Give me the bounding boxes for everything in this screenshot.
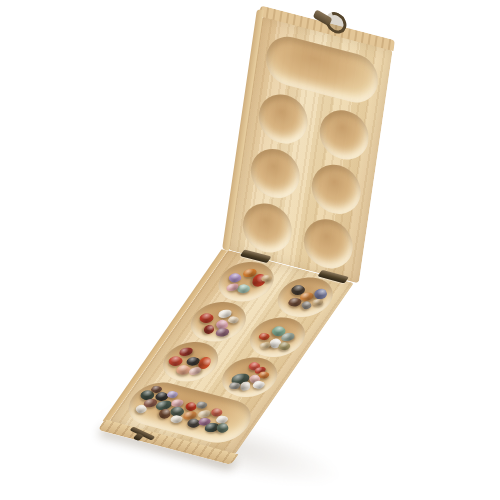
gem-stone[interactable] (226, 271, 243, 284)
lid-pit-grid (233, 85, 378, 279)
gem-stone[interactable] (259, 341, 270, 350)
lid-pit-right-1[interactable] (316, 105, 371, 165)
base-pit-grid (147, 254, 348, 404)
gem-stone[interactable] (310, 299, 324, 307)
mancala-lid-board (228, 16, 393, 284)
lid-pit-left-1[interactable] (256, 89, 311, 149)
gem-stone[interactable] (169, 414, 185, 424)
gem-stone[interactable] (214, 327, 231, 337)
gem-stone[interactable] (203, 323, 214, 334)
lid-pit-left-3[interactable] (240, 198, 295, 258)
gem-stone[interactable] (227, 382, 241, 390)
lid-pit-right-2[interactable] (308, 159, 363, 219)
mancala-product-photo (0, 0, 500, 500)
mancala-base-board (109, 250, 354, 454)
gem-stone[interactable] (196, 311, 215, 325)
gem-stone[interactable] (256, 332, 270, 341)
gem-stone[interactable] (195, 401, 209, 410)
gem-stone[interactable] (240, 381, 250, 392)
lid-pit-right-3[interactable] (300, 213, 355, 273)
gem-stone[interactable] (178, 347, 192, 357)
lid-pit-left-2[interactable] (248, 144, 303, 204)
